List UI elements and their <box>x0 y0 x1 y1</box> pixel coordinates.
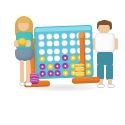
empty-slot <box>54 40 60 46</box>
spare-ring <box>74 73 84 77</box>
yellow-disc <box>70 55 76 61</box>
magenta-disc <box>62 55 68 61</box>
scene <box>0 0 125 125</box>
empty-slot <box>54 33 60 39</box>
yellow-disc <box>86 69 92 75</box>
empty-slot <box>62 48 68 54</box>
boy-fringe <box>97 21 112 25</box>
empty-slot <box>85 47 91 53</box>
empty-slot <box>85 39 91 45</box>
magenta-disc <box>47 71 53 77</box>
empty-slot <box>54 48 60 54</box>
empty-slot <box>69 32 75 38</box>
girl-held-yellow-disc <box>18 38 26 46</box>
girl-leg-left <box>20 60 24 83</box>
empty-slot <box>46 41 52 47</box>
empty-slot <box>61 40 67 46</box>
empty-slot <box>61 33 67 39</box>
right-foot <box>72 77 100 84</box>
empty-slot <box>46 33 52 39</box>
empty-slot <box>69 47 75 53</box>
boy-pant-leg-right <box>106 64 113 80</box>
girl-skirt <box>15 49 34 61</box>
girl-leg-right <box>26 60 30 83</box>
boy-shoe-right <box>107 84 115 88</box>
empty-slot <box>46 48 52 54</box>
yellow-disc <box>85 62 91 68</box>
magenta-disc <box>62 63 68 69</box>
girl-player <box>9 16 41 92</box>
girl-bangs <box>17 17 30 23</box>
empty-slot <box>54 55 60 61</box>
magenta-disc <box>55 70 61 76</box>
magenta-disc <box>55 63 61 69</box>
yellow-ring-stack <box>73 63 84 77</box>
girl-shoe-right <box>25 82 32 86</box>
yellow-disc <box>47 63 53 69</box>
yellow-disc <box>63 70 69 76</box>
empty-slot <box>85 54 91 60</box>
empty-slot <box>69 40 75 46</box>
empty-slot <box>47 56 53 62</box>
